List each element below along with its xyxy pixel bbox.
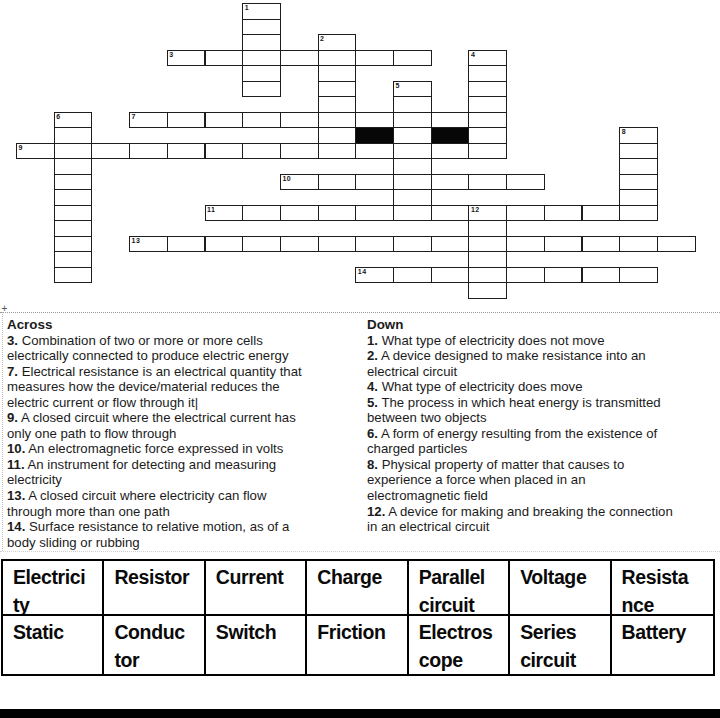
- crossword-cell[interactable]: [393, 267, 432, 284]
- crossword-cell[interactable]: [393, 112, 432, 129]
- crossword-cell[interactable]: 5: [393, 81, 432, 98]
- crossword-cell[interactable]: [242, 50, 281, 67]
- crossword-cell[interactable]: [129, 143, 168, 160]
- blocked-cell: [431, 127, 470, 144]
- crossword-cell[interactable]: [468, 81, 507, 98]
- crossword-cell[interactable]: [619, 267, 658, 284]
- resize-handle-icon[interactable]: +: [0, 304, 9, 313]
- clue-text: The process in which heat energy is tran…: [367, 395, 661, 426]
- clue-text: A closed circuit where electricity can f…: [7, 488, 266, 519]
- clue-number: 1: [245, 3, 249, 12]
- clue-number-label: 5.: [367, 395, 378, 410]
- crossword-cell[interactable]: [431, 236, 470, 253]
- clue-number-label: 14.: [7, 519, 25, 534]
- clue-number-label: 9.: [7, 410, 18, 425]
- crossword-cell[interactable]: [355, 50, 394, 67]
- word-bank-cell: Conduc tor: [104, 616, 205, 674]
- clue-text: A form of energy resulting from the exis…: [367, 426, 657, 457]
- crossword-cell[interactable]: [468, 96, 507, 113]
- crossword-cell[interactable]: [54, 189, 93, 206]
- crossword-cell[interactable]: [544, 267, 583, 284]
- crossword-cell[interactable]: 11: [205, 205, 244, 222]
- word-bank-cell: Charge: [307, 561, 408, 616]
- crossword-cell[interactable]: [619, 143, 658, 160]
- clue-text: An electromagnetic force expressed in vo…: [28, 441, 283, 456]
- word-bank-cell: Series circuit: [510, 616, 611, 674]
- clue-number: 13: [132, 236, 141, 245]
- across-clue-10: 10. An electromagnetic force expressed i…: [7, 441, 365, 457]
- crossword-cell[interactable]: [431, 267, 470, 284]
- crossword-cell[interactable]: 1: [242, 3, 281, 20]
- clue-number: 12: [471, 205, 480, 214]
- crossword-grid: 1234567891011121314: [0, 0, 720, 312]
- crossword-cell[interactable]: [242, 143, 281, 160]
- crossword-cell[interactable]: [167, 143, 206, 160]
- down-clue-6: 6. A form of energy resulting from the e…: [367, 426, 720, 457]
- down-clue-4: 4. What type of electricity does move: [367, 379, 720, 395]
- crossword-cell[interactable]: [54, 267, 93, 284]
- crossword-cell[interactable]: [318, 127, 357, 144]
- clue-number: 4: [471, 50, 475, 59]
- crossword-cell[interactable]: [54, 251, 93, 268]
- word-bank-table: Electrici tyResistorCurrentChargeParalle…: [1, 559, 715, 676]
- clue-text: An instrument for detecting and measurin…: [7, 457, 276, 488]
- clue-number: 8: [622, 127, 626, 136]
- crossword-cell[interactable]: 4: [468, 50, 507, 67]
- crossword-cell[interactable]: [205, 236, 244, 253]
- crossword-cell[interactable]: [468, 112, 507, 129]
- worksheet-page: 1234567891011121314 + Across 3. Combinat…: [0, 0, 720, 718]
- crossword-cell[interactable]: [318, 143, 357, 160]
- clue-number: 7: [132, 112, 136, 121]
- down-clue-5: 5. The process in which heat energy is t…: [367, 395, 720, 426]
- crossword-cell[interactable]: [280, 50, 319, 67]
- crossword-cell[interactable]: [393, 50, 432, 67]
- crossword-cell[interactable]: [619, 189, 658, 206]
- across-header: Across: [7, 317, 365, 333]
- clue-number-label: 3.: [7, 333, 18, 348]
- crossword-cell[interactable]: [619, 158, 658, 175]
- crossword-cell[interactable]: [393, 127, 432, 144]
- crossword-cell[interactable]: [167, 236, 206, 253]
- clue-number-label: 13.: [7, 488, 25, 503]
- crossword-cell[interactable]: [242, 236, 281, 253]
- crossword-cell[interactable]: [54, 205, 93, 222]
- across-clue-3: 3. Combination of two or more or more ce…: [7, 333, 365, 364]
- crossword-cell[interactable]: [468, 174, 507, 191]
- crossword-cell[interactable]: [468, 220, 507, 237]
- crossword-cell[interactable]: 10: [280, 174, 319, 191]
- crossword-cell[interactable]: [280, 205, 319, 222]
- clue-number: 3: [169, 50, 173, 59]
- down-clue-2: 2. A device designed to make resistance …: [367, 348, 720, 379]
- across-clues: Across 3. Combination of two or more or …: [7, 317, 365, 550]
- crossword-cell[interactable]: [393, 174, 432, 191]
- crossword-cell[interactable]: [355, 236, 394, 253]
- crossword-cell[interactable]: [54, 236, 93, 253]
- crossword-cell[interactable]: [393, 236, 432, 253]
- crossword-cell[interactable]: [355, 205, 394, 222]
- crossword-cell[interactable]: [468, 127, 507, 144]
- crossword-cell[interactable]: [431, 112, 470, 129]
- crossword-cell[interactable]: [431, 205, 470, 222]
- crossword-cell[interactable]: [54, 158, 93, 175]
- crossword-cell[interactable]: 3: [167, 50, 206, 67]
- crossword-cell[interactable]: [318, 112, 357, 129]
- down-clue-12: 12. A device for making and breaking the…: [367, 504, 720, 535]
- across-clue-9: 9. A closed circuit where the electrical…: [7, 410, 365, 441]
- crossword-cell[interactable]: 14: [355, 267, 394, 284]
- crossword-cell[interactable]: [318, 174, 357, 191]
- crossword-cell[interactable]: 13: [129, 236, 168, 253]
- clue-number-label: 7.: [7, 364, 18, 379]
- clue-text: A closed circuit where the electrical cu…: [7, 410, 296, 441]
- crossword-cell[interactable]: [318, 65, 357, 82]
- clue-number: 5: [396, 81, 400, 90]
- blocked-cell: [355, 127, 394, 144]
- crossword-cell[interactable]: [205, 112, 244, 129]
- crossword-cell[interactable]: [619, 205, 658, 222]
- crossword-cell[interactable]: [506, 236, 545, 253]
- clue-number: 6: [56, 112, 60, 121]
- crossword-cell[interactable]: [54, 143, 93, 160]
- crossword-cell[interactable]: [468, 251, 507, 268]
- across-clue-11: 11. An instrument for detecting and meas…: [7, 457, 365, 488]
- crossword-cell[interactable]: [242, 34, 281, 51]
- crossword-cell[interactable]: [393, 205, 432, 222]
- word-bank-cell: Battery: [612, 616, 713, 674]
- crossword-cell[interactable]: [393, 143, 432, 160]
- word-bank-cell: Current: [206, 561, 307, 616]
- word-bank-cell: Voltage: [510, 561, 611, 616]
- clue-text: Combination of two or more or more cells…: [7, 333, 288, 364]
- crossword-cell[interactable]: [582, 267, 621, 284]
- crossword-cell[interactable]: [355, 112, 394, 129]
- crossword-cell[interactable]: [167, 112, 206, 129]
- crossword-cell[interactable]: [242, 205, 281, 222]
- crossword-cell[interactable]: [468, 282, 507, 299]
- crossword-cell[interactable]: [544, 236, 583, 253]
- crossword-cell[interactable]: [393, 158, 432, 175]
- clue-number-label: 11.: [7, 457, 25, 472]
- crossword-cell[interactable]: 9: [16, 143, 55, 160]
- across-clue-14: 14. Surface resistance to relative motio…: [7, 519, 365, 550]
- across-clue-7: 7. Electrical resistance is an electrica…: [7, 364, 365, 411]
- clue-number-label: 1.: [367, 333, 378, 348]
- crossword-cell[interactable]: [506, 174, 545, 191]
- down-clue-8: 8. Physical property of matter that caus…: [367, 457, 720, 504]
- crossword-cell[interactable]: [355, 143, 394, 160]
- word-bank-cell: Static: [3, 616, 104, 674]
- word-bank-cell: Switch: [206, 616, 307, 674]
- clue-number-label: 8.: [367, 457, 378, 472]
- crossword-cell[interactable]: [619, 174, 658, 191]
- crossword-cell[interactable]: [506, 267, 545, 284]
- clue-text: Electrical resistance is an electrical q…: [7, 364, 302, 410]
- crossword-cell[interactable]: [91, 143, 130, 160]
- crossword-cell[interactable]: [582, 236, 621, 253]
- clue-number-label: 2.: [367, 348, 378, 363]
- clue-number: 10: [282, 174, 291, 183]
- clue-number-label: 10.: [7, 441, 25, 456]
- clue-text: Physical property of matter that causes …: [367, 457, 624, 503]
- clue-number: 11: [207, 205, 215, 214]
- crossword-cell[interactable]: 6: [54, 112, 93, 129]
- crossword-cell[interactable]: [318, 81, 357, 98]
- crossword-cell[interactable]: [242, 112, 281, 129]
- crossword-cell[interactable]: [242, 81, 281, 98]
- crossword-cell[interactable]: [468, 65, 507, 82]
- across-clue-13: 13. A closed circuit where electricity c…: [7, 488, 365, 519]
- word-bank-cell: Resista nce: [612, 561, 713, 616]
- crossword-cell[interactable]: [318, 236, 357, 253]
- crossword-cell[interactable]: [393, 96, 432, 113]
- crossword-cell[interactable]: [393, 189, 432, 206]
- clue-number: 9: [19, 143, 23, 152]
- crossword-cell[interactable]: [242, 19, 281, 36]
- crossword-cell[interactable]: [619, 236, 658, 253]
- clue-number-label: 4.: [367, 379, 378, 394]
- crossword-cell[interactable]: 12: [468, 205, 507, 222]
- crossword-cell[interactable]: [280, 236, 319, 253]
- clue-text: Surface resistance to relative motion, a…: [7, 519, 289, 550]
- crossword-cell[interactable]: [54, 174, 93, 191]
- crossword-cell[interactable]: [242, 65, 281, 82]
- clue-text: A device for making and breaking the con…: [367, 504, 673, 535]
- clue-text: What type of electricity does not move: [382, 333, 605, 348]
- clue-number-label: 6.: [367, 426, 378, 441]
- crossword-cell[interactable]: [657, 236, 696, 253]
- text-frame-top-border: [0, 312, 720, 313]
- crossword-cell[interactable]: [544, 205, 583, 222]
- down-clues: Down 1. What type of electricity does no…: [367, 317, 720, 535]
- down-clue-1: 1. What type of electricity does not mov…: [367, 333, 720, 349]
- crossword-cell[interactable]: [205, 50, 244, 67]
- crossword-cell[interactable]: [355, 174, 394, 191]
- crossword-cell[interactable]: [468, 267, 507, 284]
- word-bank-cell: Electrici ty: [3, 561, 104, 616]
- crossword-cell[interactable]: [54, 220, 93, 237]
- down-header: Down: [367, 317, 720, 333]
- crossword-cell[interactable]: [205, 143, 244, 160]
- clue-number-label: 12.: [367, 504, 385, 519]
- word-bank-cell: Resistor: [104, 561, 205, 616]
- word-bank-cell: Friction: [307, 616, 408, 674]
- text-frame-left-border: [2, 312, 3, 551]
- crossword-cell[interactable]: [506, 205, 545, 222]
- crossword-cell[interactable]: [318, 50, 357, 67]
- crossword-cell[interactable]: [318, 96, 357, 113]
- crossword-cell[interactable]: 7: [129, 112, 168, 129]
- text-frame-bottom-border: [0, 551, 720, 552]
- crossword-cell[interactable]: [468, 143, 507, 160]
- clue-text: What type of electricity does move: [382, 379, 583, 394]
- clue-text: A device designed to make resistance int…: [367, 348, 646, 379]
- word-bank-cell: Electros cope: [409, 616, 510, 674]
- clue-number: 14: [358, 267, 367, 276]
- crossword-cell[interactable]: [431, 174, 470, 191]
- crossword-cell[interactable]: [280, 143, 319, 160]
- crossword-cell[interactable]: [318, 205, 357, 222]
- crossword-cell[interactable]: [431, 143, 470, 160]
- bottom-bar: [0, 709, 720, 718]
- clue-number: 2: [320, 34, 324, 43]
- crossword-cell[interactable]: [582, 205, 621, 222]
- word-bank-cell: Parallel circuit: [409, 561, 510, 616]
- crossword-cell[interactable]: 8: [619, 127, 658, 144]
- crossword-cell[interactable]: 2: [318, 34, 357, 51]
- crossword-cell[interactable]: [280, 112, 319, 129]
- crossword-cell[interactable]: [468, 236, 507, 253]
- crossword-cell[interactable]: [54, 127, 93, 144]
